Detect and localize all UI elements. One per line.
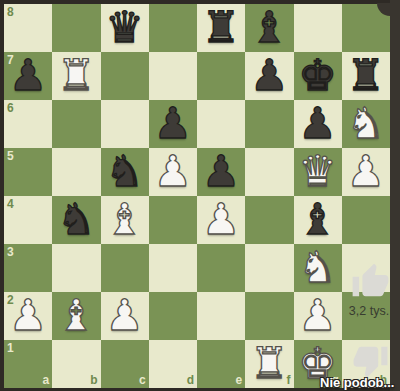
square-f1[interactable]: f♜ xyxy=(245,340,293,388)
square-e4[interactable]: ♟ xyxy=(197,196,245,244)
square-b1[interactable]: b xyxy=(52,340,100,388)
piece-black-queen-c8[interactable]: ♛ xyxy=(105,3,144,51)
square-b2[interactable]: ♝ xyxy=(52,292,100,340)
square-g6[interactable]: ♟ xyxy=(294,100,342,148)
rank-label-1: 1 xyxy=(7,342,14,354)
square-e8[interactable]: ♜ xyxy=(197,4,245,52)
square-g2[interactable]: ♟ xyxy=(294,292,342,340)
square-f6[interactable] xyxy=(245,100,293,148)
rank-label-5: 5 xyxy=(7,150,14,162)
file-label-d: d xyxy=(187,374,194,386)
piece-white-bishop-b2[interactable]: ♝ xyxy=(57,291,96,339)
square-e6[interactable] xyxy=(197,100,245,148)
square-f2[interactable] xyxy=(245,292,293,340)
square-d6[interactable]: ♟ xyxy=(149,100,197,148)
square-f5[interactable] xyxy=(245,148,293,196)
piece-white-pawn-e4[interactable]: ♟ xyxy=(202,195,241,243)
piece-white-knight-h6[interactable]: ♞ xyxy=(347,99,386,147)
piece-white-pawn-c2[interactable]: ♟ xyxy=(105,291,144,339)
square-b5[interactable] xyxy=(52,148,100,196)
thumb-up-icon[interactable] xyxy=(351,262,390,301)
file-label-a: a xyxy=(43,374,50,386)
square-g7[interactable]: ♚ xyxy=(294,52,342,100)
square-a4[interactable]: 4 xyxy=(4,196,52,244)
square-d5[interactable]: ♟ xyxy=(149,148,197,196)
piece-black-pawn-g6[interactable]: ♟ xyxy=(298,99,337,147)
square-h6[interactable]: ♞ xyxy=(342,100,390,148)
piece-white-knight-g3[interactable]: ♞ xyxy=(298,243,337,291)
square-b8[interactable] xyxy=(52,4,100,52)
frame-edge-top xyxy=(0,0,400,4)
piece-black-rook-e8[interactable]: ♜ xyxy=(202,3,241,51)
piece-black-pawn-f7[interactable]: ♟ xyxy=(250,51,289,99)
square-a3[interactable]: 3 xyxy=(4,244,52,292)
frame-edge-right xyxy=(390,0,400,391)
square-f8[interactable]: ♝ xyxy=(245,4,293,52)
piece-white-pawn-a2[interactable]: ♟ xyxy=(9,291,48,339)
piece-black-knight-b4[interactable]: ♞ xyxy=(57,195,96,243)
piece-white-queen-g5[interactable]: ♛ xyxy=(298,147,337,195)
square-f3[interactable] xyxy=(245,244,293,292)
piece-white-rook-f1[interactable]: ♜ xyxy=(250,339,289,387)
square-b3[interactable] xyxy=(52,244,100,292)
square-f4[interactable] xyxy=(245,196,293,244)
chess-board[interactable]: 8♛♜♝7♟♜♟♚♜6♟♟♞5♞♟♟♛♟4♞♝♟♝3♞2♟♝♟♟1abcdef♜… xyxy=(4,4,390,388)
square-a2[interactable]: 2♟ xyxy=(4,292,52,340)
square-e3[interactable] xyxy=(197,244,245,292)
square-a5[interactable]: 5 xyxy=(4,148,52,196)
piece-black-bishop-f8[interactable]: ♝ xyxy=(250,3,289,51)
square-c4[interactable]: ♝ xyxy=(101,196,149,244)
piece-black-bishop-g4[interactable]: ♝ xyxy=(298,195,337,243)
piece-black-king-g7[interactable]: ♚ xyxy=(298,51,337,99)
file-label-b: b xyxy=(90,374,97,386)
rank-label-3: 3 xyxy=(7,246,14,258)
square-d7[interactable] xyxy=(149,52,197,100)
rank-label-6: 6 xyxy=(7,102,14,114)
square-d8[interactable] xyxy=(149,4,197,52)
square-h7[interactable]: ♜ xyxy=(342,52,390,100)
rank-label-4: 4 xyxy=(7,198,14,210)
square-c5[interactable]: ♞ xyxy=(101,148,149,196)
square-c7[interactable] xyxy=(101,52,149,100)
file-label-e: e xyxy=(236,374,243,386)
file-label-c: c xyxy=(139,374,146,386)
piece-white-rook-b7[interactable]: ♜ xyxy=(57,51,96,99)
square-c6[interactable] xyxy=(101,100,149,148)
square-g4[interactable]: ♝ xyxy=(294,196,342,244)
square-h4[interactable] xyxy=(342,196,390,244)
rank-label-8: 8 xyxy=(7,6,14,18)
square-e7[interactable] xyxy=(197,52,245,100)
piece-black-pawn-e5[interactable]: ♟ xyxy=(202,147,241,195)
square-d3[interactable] xyxy=(149,244,197,292)
video-frame: 8♛♜♝7♟♜♟♚♜6♟♟♞5♞♟♟♛♟4♞♝♟♝3♞2♟♝♟♟1abcdef♜… xyxy=(0,0,400,391)
square-c2[interactable]: ♟ xyxy=(101,292,149,340)
square-g5[interactable]: ♛ xyxy=(294,148,342,196)
square-e5[interactable]: ♟ xyxy=(197,148,245,196)
square-d4[interactable] xyxy=(149,196,197,244)
square-g3[interactable]: ♞ xyxy=(294,244,342,292)
square-b7[interactable]: ♜ xyxy=(52,52,100,100)
square-h5[interactable]: ♟ xyxy=(342,148,390,196)
square-a1[interactable]: 1a xyxy=(4,340,52,388)
like-count: 3,2 tys. xyxy=(342,304,396,318)
caption-text: Nie podob... xyxy=(320,375,394,390)
square-f7[interactable]: ♟ xyxy=(245,52,293,100)
piece-black-rook-h7[interactable]: ♜ xyxy=(347,51,386,99)
piece-white-bishop-c4[interactable]: ♝ xyxy=(105,195,144,243)
square-c1[interactable]: c xyxy=(101,340,149,388)
piece-black-knight-c5[interactable]: ♞ xyxy=(105,147,144,195)
piece-white-pawn-d5[interactable]: ♟ xyxy=(154,147,193,195)
square-a8[interactable]: 8 xyxy=(4,4,52,52)
piece-white-pawn-h5[interactable]: ♟ xyxy=(347,147,386,195)
square-e2[interactable] xyxy=(197,292,245,340)
square-c8[interactable]: ♛ xyxy=(101,4,149,52)
piece-white-pawn-g2[interactable]: ♟ xyxy=(298,291,337,339)
square-d1[interactable]: d xyxy=(149,340,197,388)
square-b6[interactable] xyxy=(52,100,100,148)
square-b4[interactable]: ♞ xyxy=(52,196,100,244)
square-g8[interactable] xyxy=(294,4,342,52)
square-c3[interactable] xyxy=(101,244,149,292)
frame-edge-left xyxy=(0,0,4,391)
square-d2[interactable] xyxy=(149,292,197,340)
square-a6[interactable]: 6 xyxy=(4,100,52,148)
piece-black-pawn-d6[interactable]: ♟ xyxy=(154,99,193,147)
thumb-down-icon[interactable] xyxy=(352,342,389,379)
square-a7[interactable]: 7♟ xyxy=(4,52,52,100)
piece-black-pawn-a7[interactable]: ♟ xyxy=(9,51,48,99)
square-e1[interactable]: e xyxy=(197,340,245,388)
